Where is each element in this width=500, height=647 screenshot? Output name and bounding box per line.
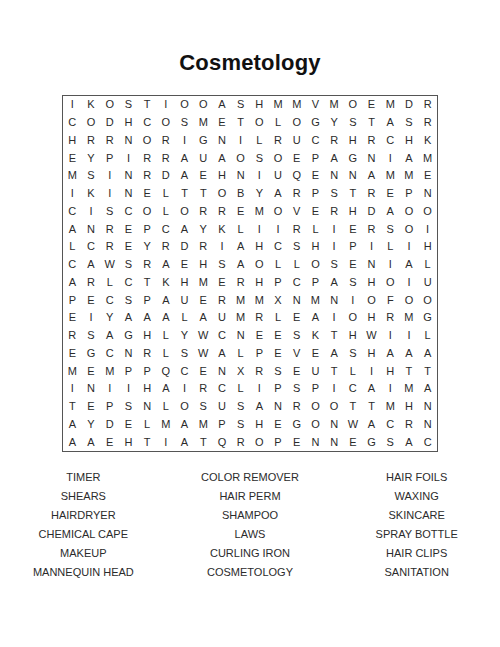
grid-cell-r1c17: E bbox=[362, 96, 381, 114]
grid-cell-r11c2: R bbox=[82, 274, 101, 292]
grid-cell-r5c2: S bbox=[82, 167, 101, 185]
grid-cell-r2c12: L bbox=[269, 114, 288, 132]
grid-cell-r9c16: P bbox=[344, 238, 363, 256]
grid-cell-r18c2: E bbox=[82, 398, 101, 416]
grid-cell-r1c4: S bbox=[119, 96, 138, 114]
grid-cell-r16c20: T bbox=[418, 362, 437, 380]
grid-cell-r7c15: R bbox=[325, 203, 344, 221]
grid-cell-r16c19: T bbox=[400, 362, 419, 380]
grid-cell-r3c6: R bbox=[157, 132, 176, 150]
grid-cell-r7c1: C bbox=[63, 203, 82, 221]
grid-cell-r4c11: S bbox=[250, 149, 269, 167]
grid-cell-r16c17: I bbox=[362, 362, 381, 380]
grid-cell-r13c20: G bbox=[418, 309, 437, 327]
grid-cell-r6c18: E bbox=[381, 185, 400, 203]
grid-cell-r17c1: I bbox=[63, 380, 82, 398]
grid-cell-r17c16: C bbox=[344, 380, 363, 398]
grid-cell-r2c5: C bbox=[138, 114, 157, 132]
grid-cell-r20c13: E bbox=[287, 433, 306, 451]
grid-cell-r4c10: O bbox=[231, 149, 250, 167]
grid-cell-r10c16: E bbox=[344, 256, 363, 274]
grid-cell-r12c7: U bbox=[175, 291, 194, 309]
grid-cell-r5c3: I bbox=[100, 167, 119, 185]
grid-cell-r2c18: A bbox=[381, 114, 400, 132]
word-list: TIMERSHEARSHAIRDRYERCHEMICAL CAPEMAKEUPM… bbox=[0, 468, 500, 582]
grid-cell-r20c20: C bbox=[418, 433, 437, 451]
grid-cell-r12c3: C bbox=[100, 291, 119, 309]
grid-cell-r11c17: H bbox=[362, 274, 381, 292]
grid-cell-r9c10: A bbox=[231, 238, 250, 256]
grid-cell-r2c7: S bbox=[175, 114, 194, 132]
grid-cell-r9c13: S bbox=[287, 238, 306, 256]
grid-cell-r5c10: N bbox=[231, 167, 250, 185]
grid-cell-r20c14: N bbox=[306, 433, 325, 451]
word-item: CURLING IRON bbox=[210, 544, 290, 563]
grid-cell-r10c3: W bbox=[100, 256, 119, 274]
page-title: Cosmetology bbox=[0, 0, 500, 76]
grid-cell-r11c8: M bbox=[194, 274, 213, 292]
grid-cell-r2c15: Y bbox=[325, 114, 344, 132]
grid-cell-r19c16: W bbox=[344, 416, 363, 434]
grid-cell-r14c2: S bbox=[82, 327, 101, 345]
grid-cell-r8c14: L bbox=[306, 220, 325, 238]
grid-cell-r6c17: R bbox=[362, 185, 381, 203]
grid-cell-r19c13: G bbox=[287, 416, 306, 434]
grid-cell-r3c20: K bbox=[418, 132, 437, 150]
grid-cell-r13c17: H bbox=[362, 309, 381, 327]
grid-cell-r16c7: C bbox=[175, 362, 194, 380]
grid-cell-r20c1: A bbox=[63, 433, 82, 451]
grid-cell-r16c12: S bbox=[269, 362, 288, 380]
grid-cell-r10c5: R bbox=[138, 256, 157, 274]
grid-cell-r10c2: A bbox=[82, 256, 101, 274]
grid-cell-r6c6: L bbox=[157, 185, 176, 203]
grid-cell-r9c3: R bbox=[100, 238, 119, 256]
grid-cell-r17c18: I bbox=[381, 380, 400, 398]
grid-cell-r5c20: E bbox=[418, 167, 437, 185]
grid-cell-r13c13: E bbox=[287, 309, 306, 327]
grid-cell-r14c6: L bbox=[157, 327, 176, 345]
grid-cell-r3c17: R bbox=[362, 132, 381, 150]
grid-cell-r19c10: S bbox=[231, 416, 250, 434]
word-item: HAIR CLIPS bbox=[386, 544, 447, 563]
word-item: CHEMICAL CAPE bbox=[39, 525, 128, 544]
grid-cell-r4c8: U bbox=[194, 149, 213, 167]
grid-cell-r17c4: I bbox=[119, 380, 138, 398]
grid-cell-r2c10: T bbox=[231, 114, 250, 132]
grid-cell-r11c5: T bbox=[138, 274, 157, 292]
grid-cell-r6c9: O bbox=[213, 185, 232, 203]
grid-cell-r15c17: H bbox=[362, 345, 381, 363]
grid-cell-r10c17: N bbox=[362, 256, 381, 274]
grid-cell-r15c2: G bbox=[82, 345, 101, 363]
grid-cell-r19c9: P bbox=[213, 416, 232, 434]
grid-cell-r20c9: Q bbox=[213, 433, 232, 451]
grid-cell-r8c16: E bbox=[344, 220, 363, 238]
grid-cell-r15c7: S bbox=[175, 345, 194, 363]
grid-cell-r20c7: A bbox=[175, 433, 194, 451]
grid-cell-r12c19: O bbox=[400, 291, 419, 309]
grid-cell-r4c9: A bbox=[213, 149, 232, 167]
grid-cell-r9c11: H bbox=[250, 238, 269, 256]
grid-cell-r16c1: M bbox=[63, 362, 82, 380]
grid-cell-r10c7: E bbox=[175, 256, 194, 274]
grid-cell-r11c4: C bbox=[119, 274, 138, 292]
grid-cell-r2c4: H bbox=[119, 114, 138, 132]
word-item: SHAMPOO bbox=[222, 506, 278, 525]
grid-cell-r1c11: H bbox=[250, 96, 269, 114]
grid-cell-r4c18: I bbox=[381, 149, 400, 167]
grid-cell-r19c17: A bbox=[362, 416, 381, 434]
grid-cell-r1c14: V bbox=[306, 96, 325, 114]
grid-cell-r12c13: N bbox=[287, 291, 306, 309]
grid-cell-r4c13: E bbox=[287, 149, 306, 167]
grid-cell-r17c15: I bbox=[325, 380, 344, 398]
grid-cell-r11c11: H bbox=[250, 274, 269, 292]
grid-cell-r12c20: O bbox=[418, 291, 437, 309]
grid-cell-r12c8: E bbox=[194, 291, 213, 309]
grid-cell-r17c12: P bbox=[269, 380, 288, 398]
grid-cell-r2c9: E bbox=[213, 114, 232, 132]
grid-cell-r9c12: C bbox=[269, 238, 288, 256]
grid-cell-r6c20: N bbox=[418, 185, 437, 203]
grid-cell-r13c14: A bbox=[306, 309, 325, 327]
grid-cell-r16c2: E bbox=[82, 362, 101, 380]
grid-cell-r13c9: U bbox=[213, 309, 232, 327]
grid-cell-r8c7: A bbox=[175, 220, 194, 238]
grid-cell-r13c2: I bbox=[82, 309, 101, 327]
grid-cell-r1c6: I bbox=[157, 96, 176, 114]
grid-cell-r10c4: S bbox=[119, 256, 138, 274]
grid-cell-r10c18: I bbox=[381, 256, 400, 274]
grid-cell-r3c10: I bbox=[231, 132, 250, 150]
grid-cell-r16c18: H bbox=[381, 362, 400, 380]
grid-cell-r17c2: N bbox=[82, 380, 101, 398]
grid-cell-r16c3: M bbox=[100, 362, 119, 380]
grid-cell-r18c5: N bbox=[138, 398, 157, 416]
grid-cell-r17c7: I bbox=[175, 380, 194, 398]
grid-cell-r7c2: I bbox=[82, 203, 101, 221]
word-item: TIMER bbox=[66, 468, 100, 487]
grid-cell-r9c20: H bbox=[418, 238, 437, 256]
grid-cell-r13c16: O bbox=[344, 309, 363, 327]
grid-cell-r20c19: A bbox=[400, 433, 419, 451]
grid-cell-r10c15: S bbox=[325, 256, 344, 274]
grid-cell-r2c3: D bbox=[100, 114, 119, 132]
grid-cell-r2c17: T bbox=[362, 114, 381, 132]
grid-cell-r12c14: M bbox=[306, 291, 325, 309]
grid-cell-r5c11: I bbox=[250, 167, 269, 185]
grid-cell-r14c10: N bbox=[231, 327, 250, 345]
grid-cell-r9c7: D bbox=[175, 238, 194, 256]
grid-cell-r12c10: M bbox=[231, 291, 250, 309]
grid-cell-r11c16: S bbox=[344, 274, 363, 292]
grid-cell-r8c9: K bbox=[213, 220, 232, 238]
grid-cell-r4c2: Y bbox=[82, 149, 101, 167]
grid-cell-r6c15: S bbox=[325, 185, 344, 203]
grid-cell-r3c9: N bbox=[213, 132, 232, 150]
grid-cell-r17c3: I bbox=[100, 380, 119, 398]
grid-cell-r8c11: I bbox=[250, 220, 269, 238]
grid-cell-r15c9: A bbox=[213, 345, 232, 363]
grid-cell-r11c19: I bbox=[400, 274, 419, 292]
grid-cell-r10c6: A bbox=[157, 256, 176, 274]
grid-cell-r10c9: S bbox=[213, 256, 232, 274]
grid-cell-r6c12: A bbox=[269, 185, 288, 203]
grid-cell-r13c12: L bbox=[269, 309, 288, 327]
grid-cell-r16c14: U bbox=[306, 362, 325, 380]
grid-cell-r15c16: S bbox=[344, 345, 363, 363]
grid-cell-r7c17: D bbox=[362, 203, 381, 221]
grid-cell-r7c11: M bbox=[250, 203, 269, 221]
grid-cell-r5c4: N bbox=[119, 167, 138, 185]
word-item: SPRAY BOTTLE bbox=[376, 525, 458, 544]
grid-cell-r5c15: N bbox=[325, 167, 344, 185]
grid-cell-r14c7: Y bbox=[175, 327, 194, 345]
grid-cell-r16c4: P bbox=[119, 362, 138, 380]
grid-cell-r7c7: O bbox=[175, 203, 194, 221]
grid-cell-r11c10: R bbox=[231, 274, 250, 292]
grid-cell-r19c18: C bbox=[381, 416, 400, 434]
grid-cell-r7c20: O bbox=[418, 203, 437, 221]
grid-cell-r18c1: T bbox=[63, 398, 82, 416]
grid-cell-r13c18: R bbox=[381, 309, 400, 327]
grid-cell-r14c17: W bbox=[362, 327, 381, 345]
grid-cell-r11c12: P bbox=[269, 274, 288, 292]
grid-cell-r16c13: E bbox=[287, 362, 306, 380]
grid-cell-r9c18: L bbox=[381, 238, 400, 256]
grid-cell-r11c14: P bbox=[306, 274, 325, 292]
grid-cell-r18c13: R bbox=[287, 398, 306, 416]
grid-cell-r17c14: P bbox=[306, 380, 325, 398]
grid-cell-r3c1: H bbox=[63, 132, 82, 150]
grid-cell-r16c9: N bbox=[213, 362, 232, 380]
grid-cell-r2c13: O bbox=[287, 114, 306, 132]
grid-cell-r9c6: R bbox=[157, 238, 176, 256]
grid-cell-r6c1: I bbox=[63, 185, 82, 203]
grid-cell-r20c6: I bbox=[157, 433, 176, 451]
grid-cell-r5c6: D bbox=[157, 167, 176, 185]
grid-cell-r12c9: R bbox=[213, 291, 232, 309]
grid-cell-r6c11: Y bbox=[250, 185, 269, 203]
grid-cell-r17c11: I bbox=[250, 380, 269, 398]
grid-cell-r15c4: N bbox=[119, 345, 138, 363]
grid-cell-r14c19: I bbox=[400, 327, 419, 345]
grid-cell-r17c13: S bbox=[287, 380, 306, 398]
grid-cell-r20c5: T bbox=[138, 433, 157, 451]
grid-cell-r1c12: M bbox=[269, 96, 288, 114]
grid-cell-r13c15: I bbox=[325, 309, 344, 327]
grid-cell-r9c8: R bbox=[194, 238, 213, 256]
grid-cell-r18c10: S bbox=[231, 398, 250, 416]
grid-cell-r1c8: O bbox=[194, 96, 213, 114]
grid-cell-r13c3: Y bbox=[100, 309, 119, 327]
grid-cell-r6c5: E bbox=[138, 185, 157, 203]
grid-cell-r19c2: Y bbox=[82, 416, 101, 434]
grid-cell-r19c14: O bbox=[306, 416, 325, 434]
grid-cell-r18c3: P bbox=[100, 398, 119, 416]
grid-cell-r14c16: H bbox=[344, 327, 363, 345]
grid-cell-r9c15: I bbox=[325, 238, 344, 256]
grid-cell-r12c18: F bbox=[381, 291, 400, 309]
word-item: LAWS bbox=[235, 525, 266, 544]
grid-cell-r15c10: L bbox=[231, 345, 250, 363]
grid-cell-r12c6: A bbox=[157, 291, 176, 309]
grid-cell-r10c19: A bbox=[400, 256, 419, 274]
grid-cell-r5c5: R bbox=[138, 167, 157, 185]
grid-cell-r8c15: I bbox=[325, 220, 344, 238]
grid-cell-r13c7: L bbox=[175, 309, 194, 327]
grid-cell-r17c9: C bbox=[213, 380, 232, 398]
word-search-board: IKOSTIOOASHMMVMOEMDRCODHCOSMETOLOGYSTASR… bbox=[62, 95, 438, 452]
grid-cell-r16c6: Q bbox=[157, 362, 176, 380]
grid-cell-r13c8: A bbox=[194, 309, 213, 327]
grid-cell-r13c10: M bbox=[231, 309, 250, 327]
grid-cell-r2c2: O bbox=[82, 114, 101, 132]
grid-cell-r17c17: A bbox=[362, 380, 381, 398]
grid-cell-r5c12: U bbox=[269, 167, 288, 185]
grid-cell-r8c13: R bbox=[287, 220, 306, 238]
grid-cell-r9c5: Y bbox=[138, 238, 157, 256]
grid-cell-r1c1: I bbox=[63, 96, 82, 114]
grid-cell-r5c16: N bbox=[344, 167, 363, 185]
grid-cell-r5c8: E bbox=[194, 167, 213, 185]
grid-cell-r19c4: E bbox=[119, 416, 138, 434]
grid-cell-r4c4: I bbox=[119, 149, 138, 167]
grid-cell-r4c15: A bbox=[325, 149, 344, 167]
grid-cell-r16c11: R bbox=[250, 362, 269, 380]
grid-cell-r19c8: M bbox=[194, 416, 213, 434]
grid-cell-r8c5: P bbox=[138, 220, 157, 238]
grid-cell-r8c1: A bbox=[63, 220, 82, 238]
grid-cell-r19c12: E bbox=[269, 416, 288, 434]
grid-cell-r9c4: E bbox=[119, 238, 138, 256]
grid-cell-r14c18: I bbox=[381, 327, 400, 345]
grid-cell-r5c1: M bbox=[63, 167, 82, 185]
grid-cell-r6c2: K bbox=[82, 185, 101, 203]
grid-cell-r15c19: A bbox=[400, 345, 419, 363]
grid-cell-r20c10: R bbox=[231, 433, 250, 451]
grid-cell-r16c8: E bbox=[194, 362, 213, 380]
grid-cell-r6c19: P bbox=[400, 185, 419, 203]
grid-cell-r3c19: H bbox=[400, 132, 419, 150]
grid-cell-r3c11: L bbox=[250, 132, 269, 150]
grid-cell-r15c11: P bbox=[250, 345, 269, 363]
word-column-3: HAIR FOILSWAXINGSKINCARESPRAY BOTTLEHAIR… bbox=[333, 468, 500, 582]
grid-cell-r19c11: H bbox=[250, 416, 269, 434]
grid-cell-r3c3: R bbox=[100, 132, 119, 150]
grid-cell-r8c4: E bbox=[119, 220, 138, 238]
grid-cell-r11c18: O bbox=[381, 274, 400, 292]
grid-cell-r6c10: B bbox=[231, 185, 250, 203]
grid-cell-r14c4: G bbox=[119, 327, 138, 345]
grid-cell-r12c11: M bbox=[250, 291, 269, 309]
grid-cell-r3c13: U bbox=[287, 132, 306, 150]
grid-cell-r10c11: O bbox=[250, 256, 269, 274]
grid-cell-r5c18: M bbox=[381, 167, 400, 185]
grid-cell-r6c8: T bbox=[194, 185, 213, 203]
grid-cell-r3c8: G bbox=[194, 132, 213, 150]
grid-cell-r18c7: O bbox=[175, 398, 194, 416]
grid-cell-r4c12: O bbox=[269, 149, 288, 167]
word-search-grid: IKOSTIOOASHMMVMOEMDRCODHCOSMETOLOGYSTASR… bbox=[63, 96, 437, 451]
grid-cell-r2c20: R bbox=[418, 114, 437, 132]
grid-cell-r19c3: D bbox=[100, 416, 119, 434]
grid-cell-r15c5: R bbox=[138, 345, 157, 363]
grid-cell-r12c4: S bbox=[119, 291, 138, 309]
grid-cell-r20c11: O bbox=[250, 433, 269, 451]
grid-cell-r9c14: H bbox=[306, 238, 325, 256]
word-item: COSMETOLOGY bbox=[207, 563, 293, 582]
grid-cell-r14c11: E bbox=[250, 327, 269, 345]
grid-cell-r8c8: Y bbox=[194, 220, 213, 238]
grid-cell-r7c18: A bbox=[381, 203, 400, 221]
grid-cell-r10c13: L bbox=[287, 256, 306, 274]
grid-cell-r18c18: M bbox=[381, 398, 400, 416]
grid-cell-r7c6: L bbox=[157, 203, 176, 221]
grid-cell-r9c2: C bbox=[82, 238, 101, 256]
grid-cell-r7c3: S bbox=[100, 203, 119, 221]
grid-cell-r6c7: T bbox=[175, 185, 194, 203]
grid-cell-r4c6: R bbox=[157, 149, 176, 167]
grid-cell-r13c11: R bbox=[250, 309, 269, 327]
grid-cell-r4c1: E bbox=[63, 149, 82, 167]
grid-cell-r14c12: E bbox=[269, 327, 288, 345]
grid-cell-r14c3: A bbox=[100, 327, 119, 345]
grid-cell-r4c20: M bbox=[418, 149, 437, 167]
grid-cell-r1c9: A bbox=[213, 96, 232, 114]
word-item: HAIRDRYER bbox=[51, 506, 116, 525]
grid-cell-r2c8: M bbox=[194, 114, 213, 132]
grid-cell-r7c16: H bbox=[344, 203, 363, 221]
grid-cell-r16c16: L bbox=[344, 362, 363, 380]
grid-cell-r19c7: A bbox=[175, 416, 194, 434]
grid-cell-r14c1: R bbox=[63, 327, 82, 345]
grid-cell-r13c1: E bbox=[63, 309, 82, 327]
grid-cell-r6c3: I bbox=[100, 185, 119, 203]
grid-cell-r12c16: I bbox=[344, 291, 363, 309]
word-item: HAIR PERM bbox=[219, 487, 280, 506]
grid-cell-r11c1: A bbox=[63, 274, 82, 292]
grid-cell-r3c7: I bbox=[175, 132, 194, 150]
grid-cell-r8c12: I bbox=[269, 220, 288, 238]
grid-cell-r18c6: L bbox=[157, 398, 176, 416]
grid-cell-r1c16: O bbox=[344, 96, 363, 114]
grid-cell-r12c12: X bbox=[269, 291, 288, 309]
grid-cell-r3c14: C bbox=[306, 132, 325, 150]
grid-cell-r9c1: L bbox=[63, 238, 82, 256]
grid-cell-r14c9: C bbox=[213, 327, 232, 345]
grid-cell-r14c20: L bbox=[418, 327, 437, 345]
grid-cell-r5c13: Q bbox=[287, 167, 306, 185]
grid-cell-r18c19: H bbox=[400, 398, 419, 416]
grid-cell-r2c1: C bbox=[63, 114, 82, 132]
grid-cell-r5c9: H bbox=[213, 167, 232, 185]
grid-cell-r17c5: H bbox=[138, 380, 157, 398]
grid-cell-r7c13: V bbox=[287, 203, 306, 221]
grid-cell-r11c6: K bbox=[157, 274, 176, 292]
grid-cell-r3c4: N bbox=[119, 132, 138, 150]
grid-cell-r20c2: A bbox=[82, 433, 101, 451]
grid-cell-r14c14: K bbox=[306, 327, 325, 345]
grid-cell-r16c10: X bbox=[231, 362, 250, 380]
grid-cell-r19c19: R bbox=[400, 416, 419, 434]
grid-cell-r3c2: R bbox=[82, 132, 101, 150]
grid-cell-r3c15: R bbox=[325, 132, 344, 150]
grid-cell-r3c5: O bbox=[138, 132, 157, 150]
grid-cell-r13c19: M bbox=[400, 309, 419, 327]
grid-cell-r20c15: N bbox=[325, 433, 344, 451]
